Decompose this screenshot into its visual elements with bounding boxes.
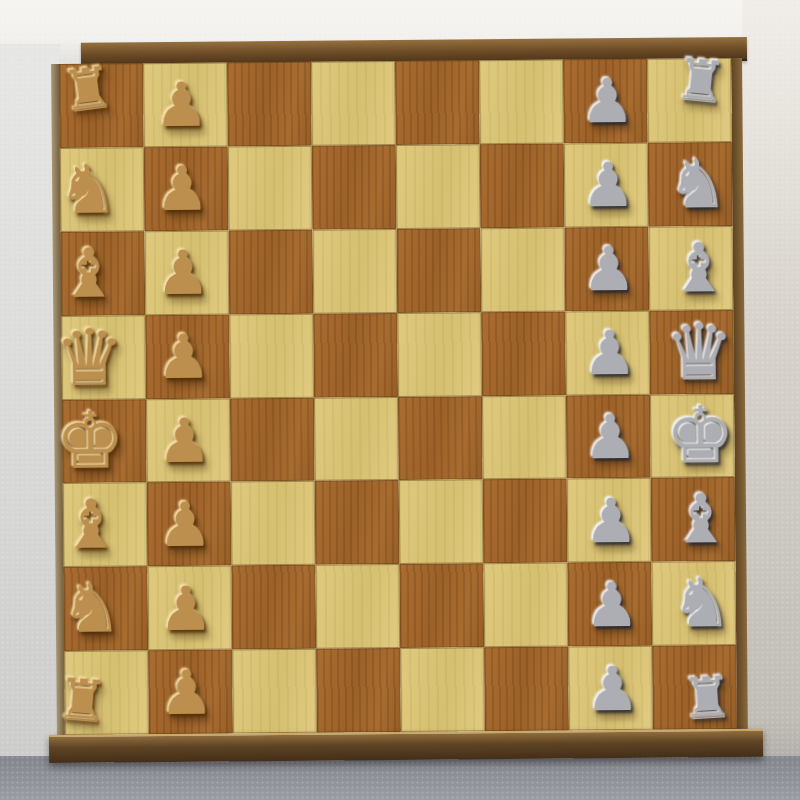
- square-r1c7[interactable]: ♞: [648, 142, 733, 227]
- piece-silver-pawn[interactable]: ♟: [585, 657, 640, 718]
- square-r5c0[interactable]: ♝: [63, 483, 148, 568]
- piece-gold-rook[interactable]: ♜: [59, 58, 118, 122]
- chess-board: ♜♟♟♜♞♟♟♞♝♟♟♝♛♟♟♛♚♟♟♚♝♟♟♝♞♟♟♞♜♟♟♜: [59, 58, 737, 735]
- square-r5c6[interactable]: ♟: [567, 478, 652, 563]
- square-r7c0[interactable]: ♜: [64, 650, 149, 735]
- piece-silver-king[interactable]: ♚: [665, 397, 736, 476]
- square-r3c6[interactable]: ♟: [565, 310, 650, 395]
- square-r0c0[interactable]: ♜: [59, 63, 144, 148]
- piece-silver-pawn[interactable]: ♟: [583, 406, 638, 467]
- square-r7c4[interactable]: [400, 647, 485, 732]
- square-r4c5[interactable]: [482, 395, 567, 480]
- square-r1c2[interactable]: [228, 146, 313, 231]
- square-r2c7[interactable]: ♝: [648, 226, 733, 311]
- square-r2c0[interactable]: ♝: [61, 231, 146, 316]
- square-r5c7[interactable]: ♝: [651, 477, 736, 562]
- square-r1c6[interactable]: ♟: [564, 143, 649, 228]
- square-r4c1[interactable]: ♟: [146, 398, 231, 483]
- square-r7c6[interactable]: ♟: [568, 646, 653, 731]
- square-r0c3[interactable]: [311, 61, 396, 146]
- piece-gold-pawn[interactable]: ♟: [157, 410, 212, 471]
- board-frame-bottom-ledge: [49, 729, 763, 763]
- square-r2c3[interactable]: [313, 229, 398, 314]
- square-r7c7[interactable]: ♜: [652, 645, 737, 730]
- square-r5c2[interactable]: [231, 481, 316, 566]
- square-r6c4[interactable]: [399, 564, 484, 649]
- piece-gold-queen[interactable]: ♛: [54, 318, 125, 397]
- square-r4c0[interactable]: ♚: [62, 399, 147, 484]
- square-r5c4[interactable]: [399, 480, 484, 565]
- square-r0c6[interactable]: ♟: [563, 59, 648, 144]
- square-r6c2[interactable]: [231, 565, 316, 650]
- piece-gold-bishop[interactable]: ♝: [60, 491, 122, 560]
- piece-silver-pawn[interactable]: ♟: [582, 322, 637, 383]
- square-r1c0[interactable]: ♞: [60, 147, 145, 232]
- square-r5c5[interactable]: [483, 479, 568, 564]
- piece-silver-pawn[interactable]: ♟: [581, 238, 636, 299]
- square-r0c2[interactable]: [227, 62, 312, 147]
- square-r5c1[interactable]: ♟: [147, 482, 232, 567]
- square-r3c3[interactable]: [313, 313, 398, 398]
- piece-silver-bishop[interactable]: ♝: [668, 234, 730, 303]
- square-r0c5[interactable]: [479, 60, 564, 145]
- piece-gold-pawn[interactable]: ♟: [159, 661, 214, 722]
- square-r2c5[interactable]: [481, 227, 566, 312]
- chess-board-box: ♜♟♟♜♞♟♟♞♝♟♟♝♛♟♟♛♚♟♟♚♝♟♟♝♞♟♟♞♜♟♟♜: [0, 0, 800, 800]
- piece-gold-pawn[interactable]: ♟: [156, 326, 211, 387]
- square-r6c7[interactable]: ♞: [651, 561, 736, 646]
- square-r7c5[interactable]: [484, 647, 569, 732]
- piece-silver-pawn[interactable]: ♟: [583, 490, 638, 551]
- square-r6c0[interactable]: ♞: [63, 566, 148, 651]
- piece-silver-knight[interactable]: ♞: [671, 569, 733, 638]
- square-r3c1[interactable]: ♟: [145, 314, 230, 399]
- piece-silver-queen[interactable]: ♛: [664, 313, 735, 392]
- piece-gold-pawn[interactable]: ♟: [154, 74, 209, 135]
- square-r0c1[interactable]: ♟: [143, 62, 228, 147]
- square-r6c3[interactable]: [315, 564, 400, 649]
- piece-gold-pawn[interactable]: ♟: [155, 242, 210, 303]
- piece-gold-king[interactable]: ♚: [55, 402, 126, 481]
- square-r3c7[interactable]: ♛: [649, 310, 734, 395]
- square-r7c2[interactable]: [232, 649, 317, 734]
- square-r1c4[interactable]: [396, 144, 481, 229]
- square-r0c7[interactable]: ♜: [647, 58, 732, 143]
- square-r2c1[interactable]: ♟: [145, 230, 230, 315]
- square-r7c1[interactable]: ♟: [148, 650, 233, 735]
- piece-silver-knight[interactable]: ♞: [667, 150, 729, 219]
- square-r7c3[interactable]: [316, 648, 401, 733]
- photo-scene: ♜♟♟♜♞♟♟♞♝♟♟♝♛♟♟♛♚♟♟♚♝♟♟♝♞♟♟♞♜♟♟♜: [0, 0, 800, 800]
- square-r2c6[interactable]: ♟: [564, 227, 649, 312]
- piece-silver-pawn[interactable]: ♟: [580, 70, 635, 131]
- square-r6c6[interactable]: ♟: [567, 562, 652, 647]
- square-r4c2[interactable]: [230, 397, 315, 482]
- piece-silver-rook[interactable]: ♜: [673, 50, 730, 113]
- square-r3c2[interactable]: [229, 313, 314, 398]
- square-r4c3[interactable]: [314, 397, 399, 482]
- square-r4c7[interactable]: ♚: [650, 394, 735, 479]
- square-r4c4[interactable]: [398, 396, 483, 481]
- square-r1c3[interactable]: [312, 145, 397, 230]
- square-r2c2[interactable]: [229, 230, 314, 315]
- piece-silver-pawn[interactable]: ♟: [584, 574, 639, 635]
- square-r5c3[interactable]: [315, 480, 400, 565]
- piece-gold-pawn[interactable]: ♟: [157, 493, 212, 554]
- piece-gold-knight[interactable]: ♞: [61, 575, 123, 644]
- piece-silver-bishop[interactable]: ♝: [670, 485, 732, 554]
- piece-silver-rook[interactable]: ♜: [680, 668, 735, 729]
- square-r3c0[interactable]: ♛: [61, 315, 146, 400]
- piece-gold-pawn[interactable]: ♟: [158, 577, 213, 638]
- piece-gold-rook[interactable]: ♜: [54, 670, 110, 732]
- piece-gold-knight[interactable]: ♞: [57, 155, 119, 224]
- square-r6c5[interactable]: [483, 563, 568, 648]
- square-r1c5[interactable]: [480, 143, 565, 228]
- piece-silver-pawn[interactable]: ♟: [581, 154, 636, 215]
- square-r3c4[interactable]: [397, 312, 482, 397]
- square-r1c1[interactable]: ♟: [144, 146, 229, 231]
- square-r6c1[interactable]: ♟: [147, 566, 232, 651]
- square-r0c4[interactable]: [395, 60, 480, 145]
- square-r4c6[interactable]: ♟: [566, 394, 651, 479]
- piece-gold-bishop[interactable]: ♝: [58, 239, 120, 308]
- piece-gold-pawn[interactable]: ♟: [155, 158, 210, 219]
- square-r3c5[interactable]: [481, 311, 566, 396]
- square-r2c4[interactable]: [397, 228, 482, 313]
